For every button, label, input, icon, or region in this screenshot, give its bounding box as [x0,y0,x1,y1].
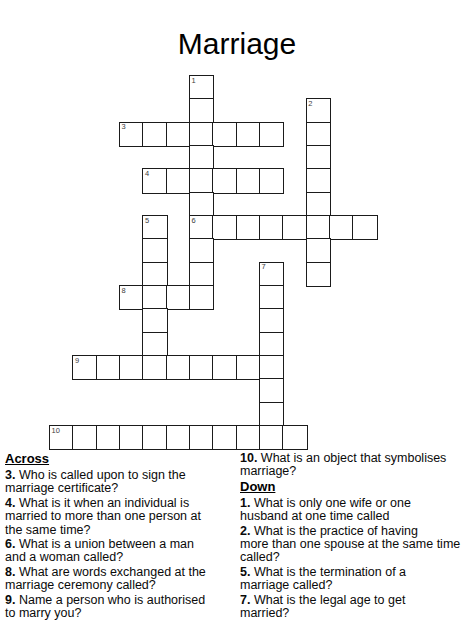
grid-cell[interactable]: 10 [49,425,74,450]
grid-cell[interactable] [306,122,331,147]
clue-item: 5. What is the termination of amarriage … [240,566,471,592]
grid-cell[interactable] [306,262,331,287]
grid-cell[interactable] [166,355,191,380]
clue-number: 2. [240,524,250,538]
grid-cell[interactable] [282,215,307,240]
cell-number: 6 [192,217,196,225]
grid-cell[interactable] [119,355,144,380]
cell-number: 5 [145,217,149,225]
clue-item: 8. What are words exchanged at themarria… [5,566,236,592]
grid-cell[interactable] [306,192,331,217]
down-header: Down [240,480,471,493]
grid-cell[interactable]: 7 [259,262,284,287]
grid-cell[interactable] [259,332,284,357]
clues-column-right: 10. What is an object that symbolisesmar… [240,452,471,622]
clue-item: 10. What is an object that symbolisesmar… [240,452,471,478]
grid-cell[interactable] [259,402,284,427]
grid-cell[interactable]: 2 [306,98,331,123]
cell-number: 7 [262,263,266,271]
grid-cell[interactable] [142,285,167,310]
cell-number: 3 [122,123,126,131]
grid-cell[interactable] [212,355,237,380]
grid-cell[interactable] [189,355,214,380]
clue-text: What is the practice of havingmore than … [240,524,460,564]
clue-text: What are words exchanged at themarriage … [5,565,206,592]
clue-item: 1. What is only one wife or onehusband a… [240,497,471,523]
cell-number: 8 [122,287,126,295]
clue-text: What is an object that symbolisesmarriag… [240,451,446,478]
clue-number: 4. [5,496,15,510]
clue-text: What is a union between a manand a woman… [5,537,194,564]
grid-cell[interactable] [212,215,237,240]
grid-cell[interactable] [259,215,284,240]
grid-cell[interactable] [259,285,284,310]
clue-number: 9. [5,593,15,607]
grid-cell[interactable] [166,285,191,310]
grid-cell[interactable] [189,285,214,310]
grid-cell[interactable]: 6 [189,215,214,240]
grid-cell[interactable] [306,168,331,193]
clue-text: What is only one wife or onehusband at o… [240,496,411,523]
across-header: Across [5,452,236,465]
puzzle-title: Marriage [0,26,474,62]
clue-text: What is the termination of amarriage cal… [240,565,406,592]
grid-cell[interactable] [259,378,284,403]
cell-number: 2 [308,100,312,108]
grid-cell[interactable] [212,168,237,193]
grid-cell[interactable] [236,425,261,450]
grid-cell[interactable] [236,215,261,240]
grid-cell[interactable] [236,122,261,147]
clue-number: 6. [5,537,15,551]
grid-cell[interactable] [189,145,214,170]
grid-cell[interactable] [142,308,167,333]
grid-cell[interactable] [166,425,191,450]
grid-cell[interactable] [259,308,284,333]
cell-number: 4 [145,170,149,178]
grid-cell[interactable] [329,215,354,240]
clue-item: 2. What is the practice of havingmore th… [240,525,471,565]
grid-cell[interactable] [259,168,284,193]
clue-number: 10. [240,451,257,465]
grid-cell[interactable] [189,425,214,450]
grid-cell[interactable] [212,425,237,450]
clue-item: 4. What is it when an individual ismarri… [5,497,236,537]
grid-cell[interactable] [259,122,284,147]
grid-cell[interactable] [96,355,121,380]
grid-cell[interactable] [189,192,214,217]
grid-cell[interactable] [189,238,214,263]
clues-column-left: Across 3. Who is called upon to sign the… [5,452,236,622]
grid-cell[interactable]: 9 [72,355,97,380]
crossword-grid: 1 2 3 4 5 6 [50,76,377,450]
grid-cell[interactable]: 4 [142,168,167,193]
grid-cell[interactable] [142,332,167,357]
grid-cell[interactable] [142,238,167,263]
grid-cell[interactable] [306,215,331,240]
grid-cell[interactable] [119,425,144,450]
grid-cell[interactable] [166,122,191,147]
grid-cell[interactable]: 1 [189,75,214,100]
grid-cell[interactable] [72,425,97,450]
grid-cell[interactable]: 8 [119,285,144,310]
grid-cell[interactable] [352,215,377,240]
grid-cell[interactable] [189,122,214,147]
grid-cell[interactable] [282,425,307,450]
grid-cell[interactable] [236,355,261,380]
grid-cell[interactable] [142,355,167,380]
grid-cell[interactable] [259,425,284,450]
clue-text: Name a person who is authorisedto marry … [5,593,205,620]
clue-number: 7. [240,593,250,607]
cell-number: 10 [52,427,60,435]
clue-number: 3. [5,468,15,482]
clues-section: Across 3. Who is called upon to sign the… [5,452,471,622]
grid-cell[interactable] [189,168,214,193]
clue-item: 9. Name a person who is authorisedto mar… [5,594,236,620]
clue-text: What is the legal age to getmarried? [240,593,405,620]
clue-number: 8. [5,565,15,579]
grid-cell[interactable] [142,262,167,287]
grid-cell[interactable] [306,238,331,263]
cell-number: 9 [75,357,79,365]
clue-text: Who is called upon to sign themarriage c… [5,468,186,495]
cell-number: 1 [192,77,196,85]
clue-item: 6. What is a union between a manand a wo… [5,538,236,564]
grid-cell[interactable] [189,262,214,287]
clue-number: 5. [240,565,250,579]
grid-cell[interactable] [259,355,284,380]
grid-cell[interactable] [189,98,214,123]
grid-cell[interactable] [236,168,261,193]
clue-text: What is it when an individual ismarried … [5,496,201,536]
grid-cell[interactable] [96,425,121,450]
grid-cell[interactable] [142,122,167,147]
grid-cell[interactable] [306,145,331,170]
crossword-page: Marriage 1 2 3 4 5 [0,0,474,629]
clue-item: 3. Who is called upon to sign themarriag… [5,469,236,495]
grid-cell[interactable]: 3 [119,122,144,147]
clue-item: 7. What is the legal age to getmarried? [240,594,471,620]
grid-cell[interactable] [166,168,191,193]
grid-cell[interactable] [142,425,167,450]
grid-cell[interactable] [212,122,237,147]
grid-cell[interactable]: 5 [142,215,167,240]
clue-number: 1. [240,496,250,510]
